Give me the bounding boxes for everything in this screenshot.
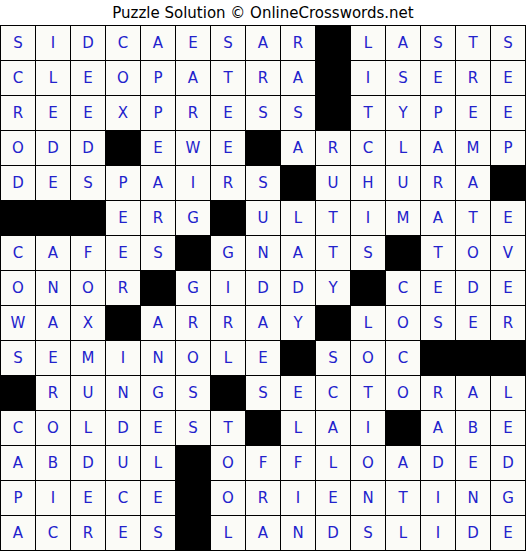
cell-r5c13: R bbox=[421, 166, 455, 200]
cell-r8c14: D bbox=[456, 271, 490, 305]
cell-r7c13: T bbox=[421, 236, 455, 270]
cell-r12c14: B bbox=[456, 411, 490, 445]
cell-r7c8: N bbox=[246, 236, 280, 270]
cell-r14c3: E bbox=[71, 481, 105, 515]
cell-r12c5: E bbox=[141, 411, 175, 445]
cell-r4c3: D bbox=[71, 131, 105, 165]
cell-r8c13: E bbox=[421, 271, 455, 305]
cell-r10c8: E bbox=[246, 341, 280, 375]
cell-r4c10: R bbox=[316, 131, 350, 165]
cell-r10c14 bbox=[456, 341, 490, 375]
cell-r2c15: E bbox=[491, 61, 525, 95]
cell-r6c7 bbox=[211, 201, 245, 235]
cell-r2c4: O bbox=[106, 61, 140, 95]
cell-r15c1: A bbox=[1, 516, 35, 550]
cell-r12c13: A bbox=[421, 411, 455, 445]
cell-r11c12: O bbox=[386, 376, 420, 410]
cell-r8c12: C bbox=[386, 271, 420, 305]
cell-r11c13: R bbox=[421, 376, 455, 410]
cell-r11c2: R bbox=[36, 376, 70, 410]
cell-r2c10 bbox=[316, 61, 350, 95]
cell-r2c3: E bbox=[71, 61, 105, 95]
cell-r14c1: P bbox=[1, 481, 35, 515]
cell-r10c7: L bbox=[211, 341, 245, 375]
cell-r7c7: G bbox=[211, 236, 245, 270]
cell-r6c1 bbox=[1, 201, 35, 235]
cell-r9c8: A bbox=[246, 306, 280, 340]
cell-r12c9: L bbox=[281, 411, 315, 445]
cell-r13c14: E bbox=[456, 446, 490, 480]
cell-r15c9: N bbox=[281, 516, 315, 550]
cell-r3c14: E bbox=[456, 96, 490, 130]
cell-r11c1 bbox=[1, 376, 35, 410]
cell-r3c3: E bbox=[71, 96, 105, 130]
cell-r7c10: T bbox=[316, 236, 350, 270]
cell-r3c8: S bbox=[246, 96, 280, 130]
cell-r5c6: I bbox=[176, 166, 210, 200]
cell-r4c5: E bbox=[141, 131, 175, 165]
cell-r4c2: D bbox=[36, 131, 70, 165]
cell-r1c5: A bbox=[141, 26, 175, 60]
cell-r3c5: P bbox=[141, 96, 175, 130]
cell-r9c5: A bbox=[141, 306, 175, 340]
cell-r5c5: A bbox=[141, 166, 175, 200]
cell-r1c3: D bbox=[71, 26, 105, 60]
cell-r13c13: D bbox=[421, 446, 455, 480]
cell-r15c10: D bbox=[316, 516, 350, 550]
cell-r7c14: O bbox=[456, 236, 490, 270]
cell-r7c12 bbox=[386, 236, 420, 270]
cell-r3c10 bbox=[316, 96, 350, 130]
cell-r14c15: G bbox=[491, 481, 525, 515]
cell-r11c11: T bbox=[351, 376, 385, 410]
cell-r11c15: L bbox=[491, 376, 525, 410]
cell-r9c10 bbox=[316, 306, 350, 340]
cell-r3c15: E bbox=[491, 96, 525, 130]
cell-r1c10 bbox=[316, 26, 350, 60]
cell-r7c2: A bbox=[36, 236, 70, 270]
cell-r13c10: L bbox=[316, 446, 350, 480]
cell-r1c14: T bbox=[456, 26, 490, 60]
cell-r10c3: M bbox=[71, 341, 105, 375]
cell-r11c8: S bbox=[246, 376, 280, 410]
cell-r9c6: R bbox=[176, 306, 210, 340]
cell-r8c6: G bbox=[176, 271, 210, 305]
cell-r2c13: E bbox=[421, 61, 455, 95]
cell-r12c6: S bbox=[176, 411, 210, 445]
cell-r13c4: U bbox=[106, 446, 140, 480]
cell-r15c15: E bbox=[491, 516, 525, 550]
cell-r9c13: S bbox=[421, 306, 455, 340]
cell-r9c15: R bbox=[491, 306, 525, 340]
cell-r10c10: S bbox=[316, 341, 350, 375]
cell-r5c12: U bbox=[386, 166, 420, 200]
cell-r12c2: O bbox=[36, 411, 70, 445]
cell-r6c9: L bbox=[281, 201, 315, 235]
cell-r2c11: I bbox=[351, 61, 385, 95]
cell-r4c8 bbox=[246, 131, 280, 165]
cell-r13c2: B bbox=[36, 446, 70, 480]
cell-r5c1: D bbox=[1, 166, 35, 200]
cell-r15c6 bbox=[176, 516, 210, 550]
cell-r14c7: O bbox=[211, 481, 245, 515]
cell-r8c2: N bbox=[36, 271, 70, 305]
cell-r6c6: G bbox=[176, 201, 210, 235]
cell-r3c12: Y bbox=[386, 96, 420, 130]
cell-r8c15: E bbox=[491, 271, 525, 305]
cell-r15c13: I bbox=[421, 516, 455, 550]
cell-r10c15 bbox=[491, 341, 525, 375]
cell-r4c13: A bbox=[421, 131, 455, 165]
cell-r2c14: R bbox=[456, 61, 490, 95]
cell-r1c15: S bbox=[491, 26, 525, 60]
cell-r7c3: F bbox=[71, 236, 105, 270]
cell-r7c4: E bbox=[106, 236, 140, 270]
cell-r14c14: N bbox=[456, 481, 490, 515]
cell-r11c3: U bbox=[71, 376, 105, 410]
cell-r14c10: E bbox=[316, 481, 350, 515]
cell-r13c1: A bbox=[1, 446, 35, 480]
cell-r2c12: S bbox=[386, 61, 420, 95]
cell-r1c13: S bbox=[421, 26, 455, 60]
cell-r1c6: E bbox=[176, 26, 210, 60]
cell-r7c15: V bbox=[491, 236, 525, 270]
cell-r4c12: L bbox=[386, 131, 420, 165]
cell-r5c7: R bbox=[211, 166, 245, 200]
cell-r11c9: E bbox=[281, 376, 315, 410]
cell-r14c8: R bbox=[246, 481, 280, 515]
cell-r1c9: R bbox=[281, 26, 315, 60]
cell-r6c3 bbox=[71, 201, 105, 235]
cell-r11c5: G bbox=[141, 376, 175, 410]
cell-r5c15 bbox=[491, 166, 525, 200]
cell-r9c1: W bbox=[1, 306, 35, 340]
cell-r12c10: A bbox=[316, 411, 350, 445]
cell-r10c1: S bbox=[1, 341, 35, 375]
cell-r15c7: L bbox=[211, 516, 245, 550]
cell-r12c4: D bbox=[106, 411, 140, 445]
cell-r5c4: P bbox=[106, 166, 140, 200]
cell-r6c12: M bbox=[386, 201, 420, 235]
cell-r12c7: T bbox=[211, 411, 245, 445]
cell-r9c14: E bbox=[456, 306, 490, 340]
cell-r9c4 bbox=[106, 306, 140, 340]
cell-r9c7: R bbox=[211, 306, 245, 340]
cell-r14c4: C bbox=[106, 481, 140, 515]
cell-r12c8 bbox=[246, 411, 280, 445]
cell-r14c9: I bbox=[281, 481, 315, 515]
cell-r11c7 bbox=[211, 376, 245, 410]
cell-r2c5: P bbox=[141, 61, 175, 95]
cell-r7c11: S bbox=[351, 236, 385, 270]
cell-r8c9: D bbox=[281, 271, 315, 305]
cell-r6c11: I bbox=[351, 201, 385, 235]
cell-r15c5: S bbox=[141, 516, 175, 550]
cell-r2c1: C bbox=[1, 61, 35, 95]
cell-r2c7: T bbox=[211, 61, 245, 95]
cell-r13c6 bbox=[176, 446, 210, 480]
cell-r2c8: R bbox=[246, 61, 280, 95]
cell-r7c5: S bbox=[141, 236, 175, 270]
cell-r8c5 bbox=[141, 271, 175, 305]
cell-r13c11: O bbox=[351, 446, 385, 480]
cell-r3c7: E bbox=[211, 96, 245, 130]
crossword-grid: SIDCAESARLASTSCLEOPATRAISEREREEXPRESSTYP… bbox=[0, 25, 526, 551]
cell-r6c10: T bbox=[316, 201, 350, 235]
cell-r8c11 bbox=[351, 271, 385, 305]
cell-r8c7: I bbox=[211, 271, 245, 305]
cell-r10c11: O bbox=[351, 341, 385, 375]
cell-r6c2 bbox=[36, 201, 70, 235]
cell-r3c1: R bbox=[1, 96, 35, 130]
cell-r10c13 bbox=[421, 341, 455, 375]
cell-r4c14: M bbox=[456, 131, 490, 165]
cell-r1c7: S bbox=[211, 26, 245, 60]
cell-r13c15: D bbox=[491, 446, 525, 480]
cell-r12c11: I bbox=[351, 411, 385, 445]
cell-r1c11: L bbox=[351, 26, 385, 60]
cell-r5c14: A bbox=[456, 166, 490, 200]
cell-r9c3: X bbox=[71, 306, 105, 340]
cell-r15c4: E bbox=[106, 516, 140, 550]
cell-r4c6: W bbox=[176, 131, 210, 165]
cell-r11c14: A bbox=[456, 376, 490, 410]
cell-r11c4: N bbox=[106, 376, 140, 410]
cell-r4c1: O bbox=[1, 131, 35, 165]
cell-r9c11: L bbox=[351, 306, 385, 340]
cell-r14c11: N bbox=[351, 481, 385, 515]
cell-r3c2: E bbox=[36, 96, 70, 130]
cell-r8c8: D bbox=[246, 271, 280, 305]
cell-r14c2: I bbox=[36, 481, 70, 515]
cell-r1c1: S bbox=[1, 26, 35, 60]
cell-r15c8: A bbox=[246, 516, 280, 550]
page-title: Puzzle Solution © OnlineCrosswords.net bbox=[0, 0, 526, 25]
cell-r13c9: F bbox=[281, 446, 315, 480]
cell-r12c12 bbox=[386, 411, 420, 445]
cell-r1c8: A bbox=[246, 26, 280, 60]
cell-r14c13: I bbox=[421, 481, 455, 515]
cell-r3c9: S bbox=[281, 96, 315, 130]
cell-r5c8: S bbox=[246, 166, 280, 200]
cell-r14c12: T bbox=[386, 481, 420, 515]
cell-r12c3: L bbox=[71, 411, 105, 445]
cell-r6c14: T bbox=[456, 201, 490, 235]
cell-r7c1: C bbox=[1, 236, 35, 270]
cell-r5c9 bbox=[281, 166, 315, 200]
cell-r13c12: A bbox=[386, 446, 420, 480]
cell-r10c12: C bbox=[386, 341, 420, 375]
cell-r13c8: F bbox=[246, 446, 280, 480]
cell-r11c6: S bbox=[176, 376, 210, 410]
cell-r10c4: I bbox=[106, 341, 140, 375]
cell-r2c9: A bbox=[281, 61, 315, 95]
cell-r15c3: R bbox=[71, 516, 105, 550]
cell-r14c5: E bbox=[141, 481, 175, 515]
cell-r4c11: C bbox=[351, 131, 385, 165]
cell-r9c12: O bbox=[386, 306, 420, 340]
cell-r13c3: D bbox=[71, 446, 105, 480]
cell-r12c15: E bbox=[491, 411, 525, 445]
cell-r2c6: A bbox=[176, 61, 210, 95]
cell-r9c2: A bbox=[36, 306, 70, 340]
cell-r5c2: E bbox=[36, 166, 70, 200]
cell-r3c4: X bbox=[106, 96, 140, 130]
cell-r9c9: Y bbox=[281, 306, 315, 340]
cell-r6c15: E bbox=[491, 201, 525, 235]
cell-r10c5: N bbox=[141, 341, 175, 375]
cell-r5c3: S bbox=[71, 166, 105, 200]
cell-r3c11: T bbox=[351, 96, 385, 130]
cell-r15c14: D bbox=[456, 516, 490, 550]
cell-r7c9: A bbox=[281, 236, 315, 270]
cell-r15c11: S bbox=[351, 516, 385, 550]
cell-r15c12: L bbox=[386, 516, 420, 550]
cell-r6c4: E bbox=[106, 201, 140, 235]
cell-r5c11: H bbox=[351, 166, 385, 200]
cell-r8c3: O bbox=[71, 271, 105, 305]
cell-r14c6 bbox=[176, 481, 210, 515]
cell-r6c5: R bbox=[141, 201, 175, 235]
cell-r8c1: O bbox=[1, 271, 35, 305]
cell-r1c2: I bbox=[36, 26, 70, 60]
cell-r6c13: A bbox=[421, 201, 455, 235]
cell-r4c15: P bbox=[491, 131, 525, 165]
cell-r3c13: P bbox=[421, 96, 455, 130]
cell-r8c4: R bbox=[106, 271, 140, 305]
cell-r10c6: O bbox=[176, 341, 210, 375]
cell-r11c10: C bbox=[316, 376, 350, 410]
cell-r12c1: C bbox=[1, 411, 35, 445]
cell-r10c9 bbox=[281, 341, 315, 375]
cell-r6c8: U bbox=[246, 201, 280, 235]
cell-r8c10: Y bbox=[316, 271, 350, 305]
cell-r13c5: L bbox=[141, 446, 175, 480]
cell-r3c6: R bbox=[176, 96, 210, 130]
cell-r2c2: L bbox=[36, 61, 70, 95]
cell-r4c4 bbox=[106, 131, 140, 165]
cell-r15c2: C bbox=[36, 516, 70, 550]
cell-r7c6 bbox=[176, 236, 210, 270]
cell-r5c10: U bbox=[316, 166, 350, 200]
cell-r13c7: O bbox=[211, 446, 245, 480]
cell-r4c9: A bbox=[281, 131, 315, 165]
cell-r10c2: E bbox=[36, 341, 70, 375]
cell-r1c4: C bbox=[106, 26, 140, 60]
cell-r1c12: A bbox=[386, 26, 420, 60]
cell-r4c7: E bbox=[211, 131, 245, 165]
